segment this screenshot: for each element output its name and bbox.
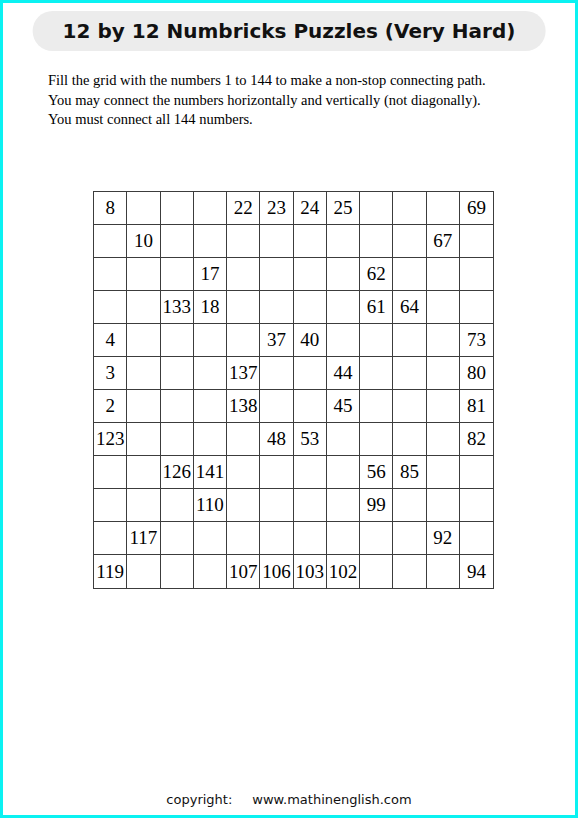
- grid-cell-given: 80: [460, 357, 493, 390]
- grid-cell-empty[interactable]: [94, 258, 127, 291]
- grid-cell-empty[interactable]: [327, 489, 360, 522]
- grid-cell-empty[interactable]: [194, 357, 227, 390]
- grid-cell-empty[interactable]: [393, 555, 426, 588]
- grid-cell-empty[interactable]: [260, 291, 293, 324]
- grid-cell-empty[interactable]: [294, 390, 327, 423]
- grid-cell-empty[interactable]: [161, 357, 194, 390]
- grid-cell-empty[interactable]: [427, 258, 460, 291]
- grid-cell-empty[interactable]: [427, 291, 460, 324]
- grid-cell-empty[interactable]: [127, 192, 160, 225]
- grid-cell-empty[interactable]: [460, 489, 493, 522]
- grid-cell-empty[interactable]: [427, 390, 460, 423]
- grid-cell-empty[interactable]: [127, 555, 160, 588]
- grid-cell-given: 8: [94, 192, 127, 225]
- instruction-line-1: Fill the grid with the numbers 1 to 144 …: [48, 71, 555, 91]
- grid-cell-empty[interactable]: [360, 225, 393, 258]
- grid-cell-empty[interactable]: [360, 522, 393, 555]
- grid-cell-empty[interactable]: [161, 489, 194, 522]
- grid-cell-empty[interactable]: [294, 225, 327, 258]
- grid-cell-given: 2: [94, 390, 127, 423]
- grid-cell-empty[interactable]: [294, 456, 327, 489]
- page-title: 12 by 12 Numbricks Puzzles (Very Hard): [33, 11, 546, 51]
- grid-cell-given: 67: [427, 225, 460, 258]
- copyright-label: copyright:: [166, 792, 232, 807]
- grid-cell-empty[interactable]: [260, 489, 293, 522]
- worksheet-page: 12 by 12 Numbricks Puzzles (Very Hard) F…: [0, 0, 578, 818]
- grid-cell-empty[interactable]: [427, 489, 460, 522]
- grid-cell-empty[interactable]: [127, 423, 160, 456]
- grid-cell-empty[interactable]: [327, 522, 360, 555]
- grid-cell-empty[interactable]: [460, 456, 493, 489]
- grid-cell-empty[interactable]: [327, 225, 360, 258]
- grid-cell-empty[interactable]: [427, 192, 460, 225]
- grid-cell-given: 82: [460, 423, 493, 456]
- grid-cell-empty[interactable]: [94, 489, 127, 522]
- grid-cell-given: 103: [294, 555, 327, 588]
- grid-cell-given: 137: [227, 357, 260, 390]
- grid-cell-empty[interactable]: [427, 324, 460, 357]
- grid-cell-given: 22: [227, 192, 260, 225]
- grid-cell-empty[interactable]: [393, 489, 426, 522]
- grid-cell-empty[interactable]: [127, 324, 160, 357]
- grid-cell-given: 25: [327, 192, 360, 225]
- grid-cell-given: 56: [360, 456, 393, 489]
- grid-cell-empty[interactable]: [161, 522, 194, 555]
- grid-cell-empty[interactable]: [393, 258, 426, 291]
- grid-cell-given: 64: [393, 291, 426, 324]
- grid-cell-empty[interactable]: [127, 258, 160, 291]
- grid-cell-empty[interactable]: [94, 456, 127, 489]
- grid-cell-empty[interactable]: [393, 390, 426, 423]
- grid-cell-given: 119: [94, 555, 127, 588]
- grid-cell-empty[interactable]: [360, 423, 393, 456]
- grid-cell-empty[interactable]: [327, 258, 360, 291]
- grid-cell-given: 117: [127, 522, 160, 555]
- grid-cell-empty[interactable]: [360, 555, 393, 588]
- grid-cell-empty[interactable]: [161, 192, 194, 225]
- grid-cell-given: 24: [294, 192, 327, 225]
- grid-cell-empty[interactable]: [227, 522, 260, 555]
- grid-cell-given: 92: [427, 522, 460, 555]
- grid-cell-empty[interactable]: [194, 555, 227, 588]
- grid-cell-given: 3: [94, 357, 127, 390]
- grid-cell-empty[interactable]: [194, 522, 227, 555]
- grid-cell-empty[interactable]: [260, 390, 293, 423]
- grid-cell-empty[interactable]: [194, 192, 227, 225]
- grid-cell-empty[interactable]: [194, 390, 227, 423]
- grid-cell-empty[interactable]: [427, 357, 460, 390]
- grid-cell-empty[interactable]: [360, 192, 393, 225]
- grid-cell-empty[interactable]: [227, 324, 260, 357]
- grid-cell-empty[interactable]: [327, 423, 360, 456]
- grid-cell-empty[interactable]: [161, 225, 194, 258]
- grid-cell-given: 4: [94, 324, 127, 357]
- grid-cell-empty[interactable]: [393, 423, 426, 456]
- puzzle-grid: 8222324256910671762133186164437407331374…: [93, 191, 494, 589]
- grid-cell-empty[interactable]: [427, 423, 460, 456]
- grid-cell-empty[interactable]: [94, 522, 127, 555]
- grid-cell-empty[interactable]: [127, 489, 160, 522]
- grid-cell-empty[interactable]: [194, 423, 227, 456]
- grid-cell-given: 18: [194, 291, 227, 324]
- grid-cell-empty[interactable]: [393, 357, 426, 390]
- grid-cell-given: 123: [94, 423, 127, 456]
- grid-cell-empty[interactable]: [327, 291, 360, 324]
- grid-cell-empty[interactable]: [161, 555, 194, 588]
- grid-cell-given: 37: [260, 324, 293, 357]
- grid-cell-empty[interactable]: [327, 324, 360, 357]
- grid-cell-empty[interactable]: [227, 291, 260, 324]
- grid-cell-empty[interactable]: [127, 357, 160, 390]
- grid-cell-empty[interactable]: [427, 555, 460, 588]
- grid-cell-given: 53: [294, 423, 327, 456]
- grid-cell-empty[interactable]: [360, 324, 393, 357]
- grid-cell-empty[interactable]: [393, 225, 426, 258]
- grid-cell-given: 23: [260, 192, 293, 225]
- grid-cell-empty[interactable]: [260, 456, 293, 489]
- grid-cell-empty[interactable]: [294, 522, 327, 555]
- grid-cell-empty[interactable]: [127, 456, 160, 489]
- website-link[interactable]: www.mathinenglish.com: [252, 792, 411, 807]
- grid-cell-empty[interactable]: [327, 456, 360, 489]
- grid-cell-given: 69: [460, 192, 493, 225]
- grid-cell-empty[interactable]: [227, 489, 260, 522]
- grid-cell-given: 17: [194, 258, 227, 291]
- grid-cell-given: 44: [327, 357, 360, 390]
- instructions: Fill the grid with the numbers 1 to 144 …: [48, 71, 555, 130]
- grid-cell-given: 110: [194, 489, 227, 522]
- grid-cell-empty[interactable]: [294, 357, 327, 390]
- grid-cell-empty[interactable]: [161, 324, 194, 357]
- grid-cell-given: 126: [161, 456, 194, 489]
- grid-cell-given: 106: [260, 555, 293, 588]
- footer: copyright:www.mathinenglish.com: [3, 792, 575, 807]
- grid-cell-given: 94: [460, 555, 493, 588]
- grid-cell-empty[interactable]: [460, 258, 493, 291]
- grid-cell-given: 85: [393, 456, 426, 489]
- grid-cell-given: 81: [460, 390, 493, 423]
- grid-cell-given: 62: [360, 258, 393, 291]
- grid-cell-empty[interactable]: [227, 258, 260, 291]
- grid-cell-empty[interactable]: [227, 423, 260, 456]
- grid-cell-given: 73: [460, 324, 493, 357]
- grid-cell-given: 107: [227, 555, 260, 588]
- grid-cell-empty[interactable]: [460, 225, 493, 258]
- grid-cell-empty[interactable]: [194, 225, 227, 258]
- grid-cell-empty[interactable]: [94, 291, 127, 324]
- grid-cell-given: 133: [161, 291, 194, 324]
- instruction-line-3: You must connect all 144 numbers.: [48, 110, 555, 130]
- grid-cell-given: 45: [327, 390, 360, 423]
- grid-cell-empty[interactable]: [161, 423, 194, 456]
- grid-cell-empty[interactable]: [227, 225, 260, 258]
- grid-cell-given: 102: [327, 555, 360, 588]
- grid-cell-given: 99: [360, 489, 393, 522]
- grid-cell-empty[interactable]: [161, 258, 194, 291]
- grid-cell-empty[interactable]: [294, 489, 327, 522]
- grid-cell-empty[interactable]: [294, 291, 327, 324]
- grid-cell-empty[interactable]: [360, 357, 393, 390]
- grid-cell-empty[interactable]: [260, 522, 293, 555]
- grid-cell-empty[interactable]: [360, 390, 393, 423]
- grid-cell-empty[interactable]: [94, 225, 127, 258]
- grid-cell-empty[interactable]: [460, 522, 493, 555]
- grid-cell-empty[interactable]: [427, 456, 460, 489]
- grid-cell-empty[interactable]: [127, 291, 160, 324]
- instruction-line-2: You may connect the numbers horizontally…: [48, 91, 555, 111]
- grid-cell-given: 138: [227, 390, 260, 423]
- grid-cell-given: 10: [127, 225, 160, 258]
- grid-cell-empty[interactable]: [194, 324, 227, 357]
- grid-cell-empty[interactable]: [260, 357, 293, 390]
- grid-cell-given: 141: [194, 456, 227, 489]
- grid-cell-empty[interactable]: [294, 258, 327, 291]
- grid-cell-empty[interactable]: [227, 456, 260, 489]
- grid-cell-empty[interactable]: [127, 390, 160, 423]
- grid-cell-empty[interactable]: [260, 225, 293, 258]
- grid-cell-given: 48: [260, 423, 293, 456]
- grid-cell-given: 61: [360, 291, 393, 324]
- grid-cell-empty[interactable]: [393, 522, 426, 555]
- grid-cell-empty[interactable]: [260, 258, 293, 291]
- grid-cell-empty[interactable]: [161, 390, 194, 423]
- grid-cell-empty[interactable]: [393, 192, 426, 225]
- grid-cell-empty[interactable]: [393, 324, 426, 357]
- grid-cell-given: 40: [294, 324, 327, 357]
- grid-cell-empty[interactable]: [460, 291, 493, 324]
